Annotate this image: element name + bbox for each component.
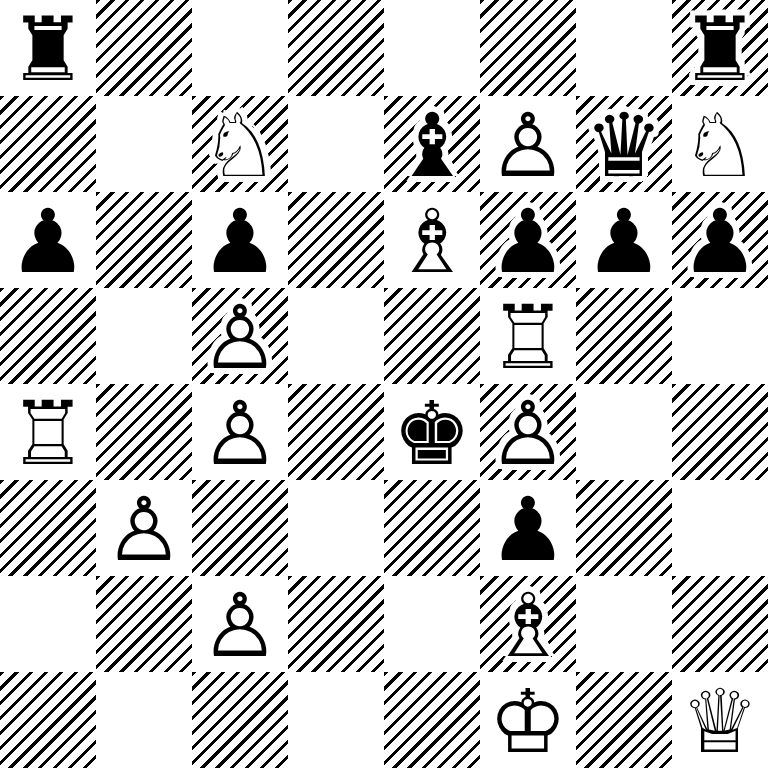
- black-pawn-icon: ♟: [480, 192, 576, 288]
- white-king-icon: ♔: [480, 672, 576, 768]
- black-pawn-icon: ♟: [192, 192, 288, 288]
- piece-black-pawn[interactable]: ♟♟: [192, 192, 288, 288]
- white-rook-icon: ♖: [0, 384, 96, 480]
- square-a7[interactable]: [0, 96, 96, 192]
- square-f4[interactable]: ♟♙: [480, 384, 576, 480]
- square-c8[interactable]: [192, 0, 288, 96]
- piece-black-queen[interactable]: ♛♛: [576, 96, 672, 192]
- square-f8[interactable]: [480, 0, 576, 96]
- square-b3[interactable]: ♟♙: [96, 480, 192, 576]
- chess-board: ♜♜♜♜♞♘♝♝♟♙♛♛♞♘♟♟♟♟♝♗♟♟♟♟♟♟♟♙♜♖♜♖♟♙♚♚♟♙♟♙…: [0, 0, 768, 768]
- square-e7[interactable]: ♝♝: [384, 96, 480, 192]
- white-knight-icon: ♘: [192, 96, 288, 192]
- square-g5[interactable]: [576, 288, 672, 384]
- square-a5[interactable]: [0, 288, 96, 384]
- piece-black-pawn[interactable]: ♟♟: [576, 192, 672, 288]
- piece-white-pawn[interactable]: ♟♙: [480, 96, 576, 192]
- square-a2[interactable]: [0, 576, 96, 672]
- square-a1[interactable]: [0, 672, 96, 768]
- piece-black-pawn[interactable]: ♟♟: [480, 480, 576, 576]
- piece-white-queen[interactable]: ♛♕: [672, 672, 768, 768]
- square-e1[interactable]: [384, 672, 480, 768]
- square-c6[interactable]: ♟♟: [192, 192, 288, 288]
- square-b1[interactable]: [96, 672, 192, 768]
- piece-white-bishop[interactable]: ♝♗: [480, 576, 576, 672]
- square-b8[interactable]: [96, 0, 192, 96]
- piece-black-rook[interactable]: ♜♜: [672, 0, 768, 96]
- square-e2[interactable]: [384, 576, 480, 672]
- square-d5[interactable]: [288, 288, 384, 384]
- white-pawn-icon: ♙: [480, 96, 576, 192]
- square-g6[interactable]: ♟♟: [576, 192, 672, 288]
- square-f3[interactable]: ♟♟: [480, 480, 576, 576]
- white-pawn-icon: ♙: [192, 576, 288, 672]
- piece-black-rook[interactable]: ♜♜: [0, 0, 96, 96]
- square-b2[interactable]: [96, 576, 192, 672]
- piece-white-rook[interactable]: ♜♖: [480, 288, 576, 384]
- square-h8[interactable]: ♜♜: [672, 0, 768, 96]
- square-c7[interactable]: ♞♘: [192, 96, 288, 192]
- piece-white-king[interactable]: ♚♔: [480, 672, 576, 768]
- square-a4[interactable]: ♜♖: [0, 384, 96, 480]
- square-h7[interactable]: ♞♘: [672, 96, 768, 192]
- square-e8[interactable]: [384, 0, 480, 96]
- black-rook-icon: ♜: [0, 0, 96, 96]
- square-g3[interactable]: [576, 480, 672, 576]
- piece-black-king[interactable]: ♚♚: [384, 384, 480, 480]
- square-d1[interactable]: [288, 672, 384, 768]
- square-c2[interactable]: ♟♙: [192, 576, 288, 672]
- square-a8[interactable]: ♜♜: [0, 0, 96, 96]
- white-pawn-icon: ♙: [480, 384, 576, 480]
- square-f7[interactable]: ♟♙: [480, 96, 576, 192]
- piece-white-pawn[interactable]: ♟♙: [96, 480, 192, 576]
- square-e6[interactable]: ♝♗: [384, 192, 480, 288]
- piece-white-rook[interactable]: ♜♖: [0, 384, 96, 480]
- square-c5[interactable]: ♟♙: [192, 288, 288, 384]
- white-bishop-icon: ♗: [384, 192, 480, 288]
- white-knight-icon: ♘: [672, 96, 768, 192]
- square-e3[interactable]: [384, 480, 480, 576]
- square-h3[interactable]: [672, 480, 768, 576]
- white-pawn-icon: ♙: [96, 480, 192, 576]
- piece-black-pawn[interactable]: ♟♟: [480, 192, 576, 288]
- square-f5[interactable]: ♜♖: [480, 288, 576, 384]
- square-g4[interactable]: [576, 384, 672, 480]
- white-bishop-icon: ♗: [480, 576, 576, 672]
- piece-white-bishop[interactable]: ♝♗: [384, 192, 480, 288]
- black-pawn-icon: ♟: [480, 480, 576, 576]
- square-d3[interactable]: [288, 480, 384, 576]
- square-f2[interactable]: ♝♗: [480, 576, 576, 672]
- black-king-icon: ♚: [384, 384, 480, 480]
- square-b6[interactable]: [96, 192, 192, 288]
- square-a6[interactable]: ♟♟: [0, 192, 96, 288]
- square-e5[interactable]: [384, 288, 480, 384]
- square-b4[interactable]: [96, 384, 192, 480]
- white-queen-icon: ♕: [672, 672, 768, 768]
- piece-black-bishop[interactable]: ♝♝: [384, 96, 480, 192]
- white-pawn-icon: ♙: [192, 288, 288, 384]
- black-pawn-icon: ♟: [576, 192, 672, 288]
- square-d2[interactable]: [288, 576, 384, 672]
- black-pawn-icon: ♟: [672, 192, 768, 288]
- square-e4[interactable]: ♚♚: [384, 384, 480, 480]
- piece-white-pawn[interactable]: ♟♙: [192, 384, 288, 480]
- square-f1[interactable]: ♚♔: [480, 672, 576, 768]
- piece-white-pawn[interactable]: ♟♙: [192, 288, 288, 384]
- square-g7[interactable]: ♛♛: [576, 96, 672, 192]
- square-c3[interactable]: [192, 480, 288, 576]
- square-a3[interactable]: [0, 480, 96, 576]
- square-h5[interactable]: [672, 288, 768, 384]
- square-c1[interactable]: [192, 672, 288, 768]
- piece-white-pawn[interactable]: ♟♙: [192, 576, 288, 672]
- white-rook-icon: ♖: [480, 288, 576, 384]
- black-pawn-icon: ♟: [0, 192, 96, 288]
- white-pawn-icon: ♙: [192, 384, 288, 480]
- square-g8[interactable]: [576, 0, 672, 96]
- square-g1[interactable]: [576, 672, 672, 768]
- square-b7[interactable]: [96, 96, 192, 192]
- square-d4[interactable]: [288, 384, 384, 480]
- piece-white-knight[interactable]: ♞♘: [672, 96, 768, 192]
- square-f6[interactable]: ♟♟: [480, 192, 576, 288]
- square-h4[interactable]: [672, 384, 768, 480]
- black-rook-icon: ♜: [672, 0, 768, 96]
- square-d7[interactable]: [288, 96, 384, 192]
- black-bishop-icon: ♝: [384, 96, 480, 192]
- square-d6[interactable]: [288, 192, 384, 288]
- piece-white-knight[interactable]: ♞♘: [192, 96, 288, 192]
- square-h1[interactable]: ♛♕: [672, 672, 768, 768]
- black-queen-icon: ♛: [576, 96, 672, 192]
- piece-white-pawn[interactable]: ♟♙: [480, 384, 576, 480]
- square-b5[interactable]: [96, 288, 192, 384]
- square-g2[interactable]: [576, 576, 672, 672]
- square-c4[interactable]: ♟♙: [192, 384, 288, 480]
- piece-black-pawn[interactable]: ♟♟: [0, 192, 96, 288]
- piece-black-pawn[interactable]: ♟♟: [672, 192, 768, 288]
- square-h6[interactable]: ♟♟: [672, 192, 768, 288]
- square-h2[interactable]: [672, 576, 768, 672]
- square-d8[interactable]: [288, 0, 384, 96]
